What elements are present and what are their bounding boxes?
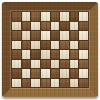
- square-a2[interactable]: [12, 69, 21, 78]
- square-d1[interactable]: [41, 79, 50, 88]
- square-e8[interactable]: [51, 12, 60, 21]
- square-e3[interactable]: [51, 60, 60, 69]
- square-a1[interactable]: [12, 79, 21, 88]
- square-f2[interactable]: [60, 69, 69, 78]
- square-c8[interactable]: [31, 12, 40, 21]
- square-a7[interactable]: [12, 22, 21, 31]
- square-d5[interactable]: [41, 41, 50, 50]
- chess-board-frame: [2, 2, 98, 97]
- square-c5[interactable]: [31, 41, 40, 50]
- square-e7[interactable]: [51, 22, 60, 31]
- square-a4[interactable]: [12, 50, 21, 59]
- square-d2[interactable]: [41, 69, 50, 78]
- square-a6[interactable]: [12, 31, 21, 40]
- square-h6[interactable]: [79, 31, 88, 40]
- square-e5[interactable]: [51, 41, 60, 50]
- square-a3[interactable]: [12, 60, 21, 69]
- square-d4[interactable]: [41, 50, 50, 59]
- square-c3[interactable]: [31, 60, 40, 69]
- square-e4[interactable]: [51, 50, 60, 59]
- square-b2[interactable]: [22, 69, 31, 78]
- square-f1[interactable]: [60, 79, 69, 88]
- square-e2[interactable]: [51, 69, 60, 78]
- square-f7[interactable]: [60, 22, 69, 31]
- square-g7[interactable]: [70, 22, 79, 31]
- square-a8[interactable]: [12, 12, 21, 21]
- square-b1[interactable]: [22, 79, 31, 88]
- square-d8[interactable]: [41, 12, 50, 21]
- square-c7[interactable]: [31, 22, 40, 31]
- square-h3[interactable]: [79, 60, 88, 69]
- square-e6[interactable]: [51, 31, 60, 40]
- square-g1[interactable]: [70, 79, 79, 88]
- square-c6[interactable]: [31, 31, 40, 40]
- square-g4[interactable]: [70, 50, 79, 59]
- square-b5[interactable]: [22, 41, 31, 50]
- square-d3[interactable]: [41, 60, 50, 69]
- square-f3[interactable]: [60, 60, 69, 69]
- square-h4[interactable]: [79, 50, 88, 59]
- square-f4[interactable]: [60, 50, 69, 59]
- square-g5[interactable]: [70, 41, 79, 50]
- square-b7[interactable]: [22, 22, 31, 31]
- square-f8[interactable]: [60, 12, 69, 21]
- square-g8[interactable]: [70, 12, 79, 21]
- board-grid: [11, 11, 89, 88]
- square-g3[interactable]: [70, 60, 79, 69]
- photo-background: [0, 0, 100, 100]
- square-b6[interactable]: [22, 31, 31, 40]
- square-e1[interactable]: [51, 79, 60, 88]
- square-d6[interactable]: [41, 31, 50, 40]
- square-f6[interactable]: [60, 31, 69, 40]
- square-c1[interactable]: [31, 79, 40, 88]
- square-h8[interactable]: [79, 12, 88, 21]
- square-h2[interactable]: [79, 69, 88, 78]
- square-a5[interactable]: [12, 41, 21, 50]
- square-c4[interactable]: [31, 50, 40, 59]
- square-g2[interactable]: [70, 69, 79, 78]
- square-g6[interactable]: [70, 31, 79, 40]
- square-b3[interactable]: [22, 60, 31, 69]
- square-c2[interactable]: [31, 69, 40, 78]
- square-h7[interactable]: [79, 22, 88, 31]
- square-b8[interactable]: [22, 12, 31, 21]
- square-d7[interactable]: [41, 22, 50, 31]
- square-f5[interactable]: [60, 41, 69, 50]
- square-b4[interactable]: [22, 50, 31, 59]
- square-h1[interactable]: [79, 79, 88, 88]
- square-h5[interactable]: [79, 41, 88, 50]
